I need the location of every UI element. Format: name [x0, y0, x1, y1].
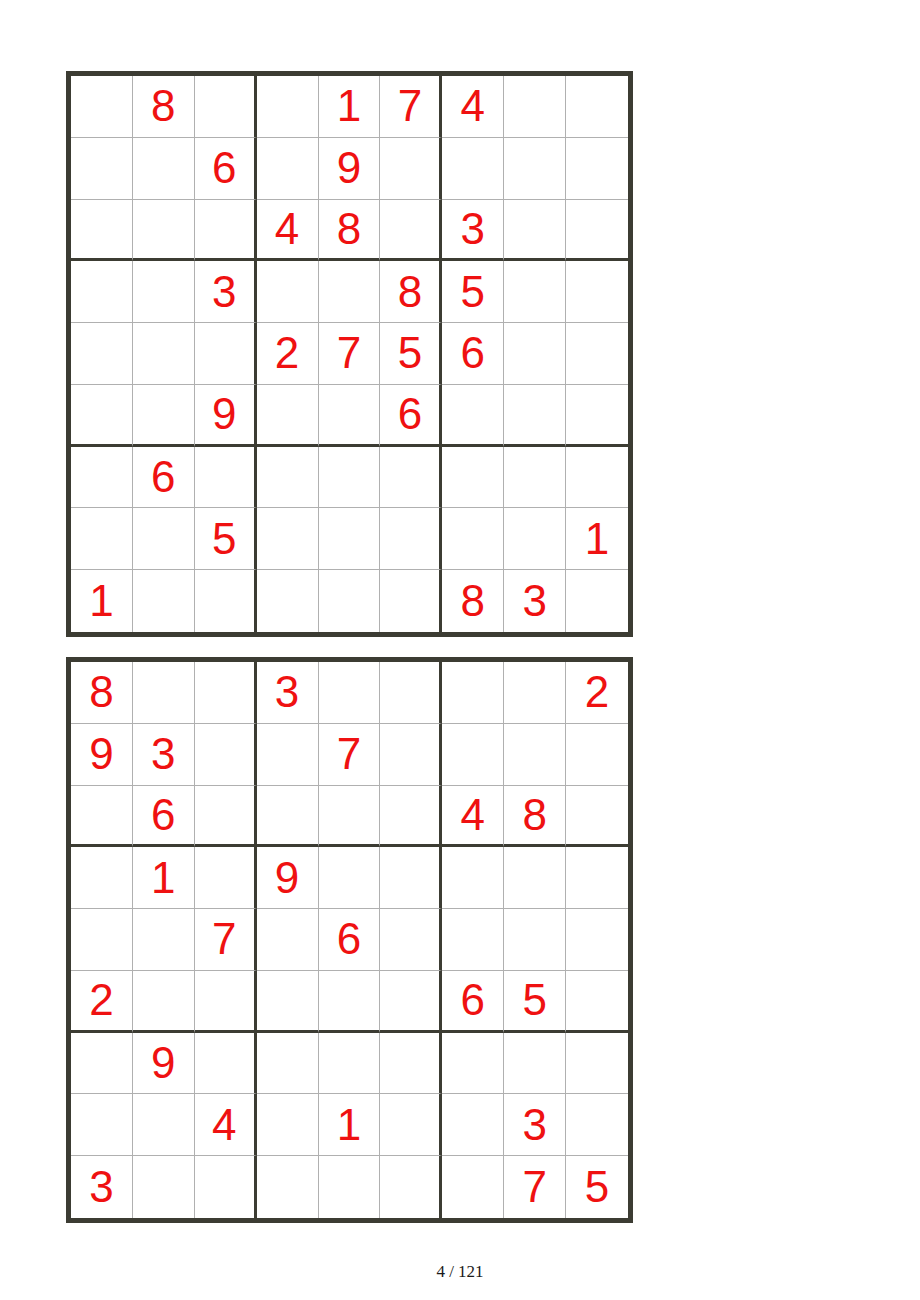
cell-r5c1: [71, 909, 133, 971]
cell-r2c6: [380, 138, 442, 200]
cell-r5c7: [442, 909, 504, 971]
cell-r6c4: [257, 971, 319, 1033]
cell-r4c5: [319, 261, 381, 323]
sudoku-page: 817469483385275696651183 832937648197626…: [0, 0, 920, 1300]
given-digit: 9: [89, 732, 113, 776]
cell-r1c2: 8: [133, 76, 195, 138]
cell-r8c8: 3: [504, 1094, 566, 1156]
cell-r1c9: [566, 76, 628, 138]
cell-r4c5: [319, 847, 381, 909]
cell-r3c9: [566, 200, 628, 262]
cell-r8c2: [133, 508, 195, 570]
cell-r9c6: [380, 1156, 442, 1218]
given-digit: 5: [212, 517, 236, 561]
cell-r5c3: [195, 323, 257, 385]
cell-r5c3: 7: [195, 909, 257, 971]
cell-r4c6: [380, 847, 442, 909]
cell-r6c3: [195, 971, 257, 1033]
given-digit: 6: [461, 331, 485, 375]
cell-r3c8: 8: [504, 786, 566, 848]
cell-r9c1: 3: [71, 1156, 133, 1218]
cell-r6c2: [133, 385, 195, 447]
cell-r6c7: [442, 385, 504, 447]
given-digit: 8: [337, 207, 361, 251]
cell-r2c1: 9: [71, 724, 133, 786]
cell-r7c5: [319, 1033, 381, 1095]
page-number: 4 / 121: [0, 1262, 920, 1282]
cell-r7c2: 9: [133, 1033, 195, 1095]
cell-r2c1: [71, 138, 133, 200]
cell-r6c8: 5: [504, 971, 566, 1033]
given-digit: 9: [337, 146, 361, 190]
cell-r1c8: [504, 662, 566, 724]
cell-r1c6: 7: [380, 76, 442, 138]
cell-r9c5: [319, 570, 381, 632]
cell-r8c1: [71, 1094, 133, 1156]
cell-r1c3: [195, 662, 257, 724]
cell-r5c4: 2: [257, 323, 319, 385]
cell-r5c2: [133, 909, 195, 971]
given-digit: 1: [337, 84, 361, 128]
cell-r7c8: [504, 1033, 566, 1095]
given-digit: 1: [337, 1103, 361, 1147]
given-digit: 3: [275, 670, 299, 714]
cell-r8c9: [566, 1094, 628, 1156]
given-digit: 1: [151, 856, 175, 900]
cell-r4c2: 1: [133, 847, 195, 909]
given-digit: 7: [398, 84, 422, 128]
sudoku-board-1: 817469483385275696651183: [66, 71, 633, 637]
given-digit: 6: [398, 392, 422, 436]
cell-r3c7: 3: [442, 200, 504, 262]
cell-r4c7: [442, 847, 504, 909]
given-digit: 3: [461, 207, 485, 251]
cell-r5c9: [566, 909, 628, 971]
cell-r4c9: [566, 261, 628, 323]
cell-r6c4: [257, 385, 319, 447]
given-digit: 3: [522, 579, 546, 623]
given-digit: 5: [398, 331, 422, 375]
cell-r6c7: 6: [442, 971, 504, 1033]
cell-r1c6: [380, 662, 442, 724]
cell-r7c1: [71, 447, 133, 509]
cell-r8c3: 4: [195, 1094, 257, 1156]
cell-r8c1: [71, 508, 133, 570]
cell-r3c6: [380, 200, 442, 262]
given-digit: 6: [337, 917, 361, 961]
cell-r1c2: [133, 662, 195, 724]
cell-r6c3: 9: [195, 385, 257, 447]
cell-r8c4: [257, 508, 319, 570]
given-digit: 6: [151, 793, 175, 837]
cell-r1c7: 4: [442, 76, 504, 138]
given-digit: 3: [89, 1165, 113, 1209]
cell-r5c8: [504, 909, 566, 971]
given-digit: 7: [337, 331, 361, 375]
cell-r7c8: [504, 447, 566, 509]
cell-r4c1: [71, 847, 133, 909]
cell-r4c6: 8: [380, 261, 442, 323]
cell-r2c8: [504, 138, 566, 200]
given-digit: 9: [275, 856, 299, 900]
cell-r2c4: [257, 724, 319, 786]
cell-r3c3: [195, 200, 257, 262]
cell-r6c1: 2: [71, 971, 133, 1033]
cell-r6c5: [319, 971, 381, 1033]
cell-r9c6: [380, 570, 442, 632]
cell-r5c9: [566, 323, 628, 385]
given-digit: 7: [337, 732, 361, 776]
cell-r4c1: [71, 261, 133, 323]
cell-r3c3: [195, 786, 257, 848]
given-digit: 6: [151, 455, 175, 499]
cell-r9c8: 7: [504, 1156, 566, 1218]
given-digit: 2: [89, 978, 113, 1022]
cell-r1c9: 2: [566, 662, 628, 724]
cell-r4c8: [504, 261, 566, 323]
cell-r9c4: [257, 1156, 319, 1218]
cell-r6c6: [380, 971, 442, 1033]
cell-r4c2: [133, 261, 195, 323]
cell-r9c2: [133, 570, 195, 632]
sudoku-board-2: 83293764819762659413375: [66, 657, 633, 1223]
cell-r9c8: 3: [504, 570, 566, 632]
cell-r2c9: [566, 724, 628, 786]
given-digit: 8: [461, 579, 485, 623]
cell-r2c5: 9: [319, 138, 381, 200]
cell-r5c2: [133, 323, 195, 385]
cell-r2c2: 3: [133, 724, 195, 786]
cell-r3c9: [566, 786, 628, 848]
cell-r5c1: [71, 323, 133, 385]
given-digit: 9: [151, 1041, 175, 1085]
cell-r7c7: [442, 447, 504, 509]
cell-r8c3: 5: [195, 508, 257, 570]
cell-r7c9: [566, 447, 628, 509]
cell-r2c3: [195, 724, 257, 786]
cell-r8c7: [442, 508, 504, 570]
given-digit: 3: [151, 732, 175, 776]
cell-r2c7: [442, 724, 504, 786]
cell-r5c8: [504, 323, 566, 385]
given-digit: 5: [585, 1165, 609, 1209]
cell-r8c2: [133, 1094, 195, 1156]
cell-r2c6: [380, 724, 442, 786]
cell-r4c3: [195, 847, 257, 909]
given-digit: 6: [461, 978, 485, 1022]
cell-r9c9: 5: [566, 1156, 628, 1218]
cell-r1c8: [504, 76, 566, 138]
given-digit: 8: [398, 270, 422, 314]
cell-r6c9: [566, 971, 628, 1033]
cell-r5c6: [380, 909, 442, 971]
cell-r7c7: [442, 1033, 504, 1095]
cell-r6c5: [319, 385, 381, 447]
cell-r7c4: [257, 447, 319, 509]
cell-r3c5: 8: [319, 200, 381, 262]
cell-r7c4: [257, 1033, 319, 1095]
cell-r1c4: 3: [257, 662, 319, 724]
given-digit: 9: [212, 392, 236, 436]
cell-r7c2: 6: [133, 447, 195, 509]
given-digit: 4: [461, 84, 485, 128]
cell-r1c3: [195, 76, 257, 138]
cell-r5c4: [257, 909, 319, 971]
given-digit: 1: [89, 579, 113, 623]
cell-r6c6: 6: [380, 385, 442, 447]
given-digit: 3: [212, 270, 236, 314]
cell-r2c4: [257, 138, 319, 200]
cell-r7c9: [566, 1033, 628, 1095]
cell-r1c5: [319, 662, 381, 724]
cell-r5c7: 6: [442, 323, 504, 385]
cell-r7c3: [195, 447, 257, 509]
cell-r4c7: 5: [442, 261, 504, 323]
cell-r1c4: [257, 76, 319, 138]
given-digit: 6: [212, 146, 236, 190]
cell-r5c5: 6: [319, 909, 381, 971]
cell-r6c8: [504, 385, 566, 447]
cell-r7c6: [380, 447, 442, 509]
cell-r9c1: 1: [71, 570, 133, 632]
cell-r3c5: [319, 786, 381, 848]
cell-r9c3: [195, 570, 257, 632]
cell-r5c5: 7: [319, 323, 381, 385]
given-digit: 5: [461, 270, 485, 314]
cell-r8c8: [504, 508, 566, 570]
cell-r4c8: [504, 847, 566, 909]
given-digit: 4: [212, 1103, 236, 1147]
cell-r8c6: [380, 1094, 442, 1156]
cell-r3c7: 4: [442, 786, 504, 848]
cell-r7c5: [319, 447, 381, 509]
cell-r7c3: [195, 1033, 257, 1095]
given-digit: 5: [522, 978, 546, 1022]
cell-r9c7: [442, 1156, 504, 1218]
cell-r3c8: [504, 200, 566, 262]
cell-r4c4: [257, 261, 319, 323]
cell-r8c5: [319, 508, 381, 570]
cell-r1c7: [442, 662, 504, 724]
cell-r9c7: 8: [442, 570, 504, 632]
cell-r2c5: 7: [319, 724, 381, 786]
cell-r2c3: 6: [195, 138, 257, 200]
cell-r6c1: [71, 385, 133, 447]
cell-r2c7: [442, 138, 504, 200]
given-digit: 2: [585, 670, 609, 714]
cell-r3c6: [380, 786, 442, 848]
cell-r1c5: 1: [319, 76, 381, 138]
cell-r8c6: [380, 508, 442, 570]
cell-r8c4: [257, 1094, 319, 1156]
cell-r9c2: [133, 1156, 195, 1218]
cell-r1c1: 8: [71, 662, 133, 724]
cell-r9c4: [257, 570, 319, 632]
cell-r4c9: [566, 847, 628, 909]
given-digit: 8: [151, 84, 175, 128]
cell-r3c2: [133, 200, 195, 262]
cell-r8c7: [442, 1094, 504, 1156]
cell-r1c1: [71, 76, 133, 138]
cell-r4c3: 3: [195, 261, 257, 323]
cell-r9c3: [195, 1156, 257, 1218]
cell-r5c6: 5: [380, 323, 442, 385]
cell-r9c9: [566, 570, 628, 632]
cell-r8c9: 1: [566, 508, 628, 570]
cell-r3c4: [257, 786, 319, 848]
cell-r6c9: [566, 385, 628, 447]
cell-r8c5: 1: [319, 1094, 381, 1156]
given-digit: 4: [275, 207, 299, 251]
cell-r3c1: [71, 786, 133, 848]
given-digit: 8: [89, 670, 113, 714]
cell-r7c6: [380, 1033, 442, 1095]
given-digit: 1: [585, 517, 609, 561]
cell-r6c2: [133, 971, 195, 1033]
given-digit: 4: [461, 793, 485, 837]
given-digit: 8: [522, 793, 546, 837]
cell-r4c4: 9: [257, 847, 319, 909]
cell-r3c2: 6: [133, 786, 195, 848]
cell-r2c9: [566, 138, 628, 200]
cell-r2c8: [504, 724, 566, 786]
given-digit: 7: [522, 1165, 546, 1209]
cell-r3c4: 4: [257, 200, 319, 262]
given-digit: 7: [212, 917, 236, 961]
cell-r9c5: [319, 1156, 381, 1218]
cell-r2c2: [133, 138, 195, 200]
given-digit: 2: [275, 331, 299, 375]
cell-r3c1: [71, 200, 133, 262]
given-digit: 3: [522, 1103, 546, 1147]
cell-r7c1: [71, 1033, 133, 1095]
